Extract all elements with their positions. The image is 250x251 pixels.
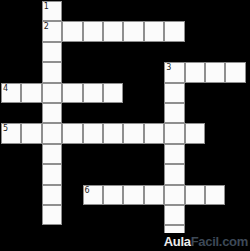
black-cell bbox=[1, 62, 21, 82]
black-cell bbox=[185, 1, 205, 21]
clue-number: 1 bbox=[44, 2, 49, 11]
cell-r10c2[interactable] bbox=[42, 205, 62, 225]
black-cell bbox=[1, 21, 21, 41]
black-cell bbox=[205, 123, 225, 143]
clue-number: 5 bbox=[3, 124, 8, 133]
black-cell bbox=[21, 103, 41, 123]
black-cell bbox=[83, 225, 103, 245]
black-cell bbox=[42, 225, 62, 245]
black-cell bbox=[21, 1, 41, 21]
black-cell bbox=[225, 164, 245, 184]
black-cell bbox=[62, 103, 82, 123]
black-cell bbox=[205, 1, 225, 21]
black-cell bbox=[83, 103, 103, 123]
black-cell bbox=[225, 103, 245, 123]
cell-r6c3[interactable] bbox=[62, 123, 82, 143]
black-cell bbox=[205, 83, 225, 103]
black-cell bbox=[225, 21, 245, 41]
watermark-aula: Aula bbox=[164, 234, 191, 249]
black-cell bbox=[123, 144, 143, 164]
black-cell bbox=[62, 144, 82, 164]
cell-r9c2[interactable] bbox=[42, 185, 62, 205]
cell-r9c6[interactable] bbox=[123, 185, 143, 205]
cell-r4c0[interactable]: 4 bbox=[1, 83, 21, 103]
cell-r6c2[interactable] bbox=[42, 123, 62, 143]
black-cell bbox=[103, 225, 123, 245]
black-cell bbox=[225, 1, 245, 21]
black-cell bbox=[1, 103, 21, 123]
black-cell bbox=[225, 185, 245, 205]
cell-r6c7[interactable] bbox=[144, 123, 164, 143]
cell-r3c8[interactable]: 3 bbox=[164, 62, 184, 82]
cell-r1c2[interactable]: 2 bbox=[42, 21, 62, 41]
watermark: AulaFacil.com bbox=[160, 233, 249, 251]
cell-r3c9[interactable] bbox=[185, 62, 205, 82]
black-cell bbox=[205, 164, 225, 184]
black-cell bbox=[62, 62, 82, 82]
black-cell bbox=[185, 103, 205, 123]
black-cell bbox=[1, 205, 21, 225]
black-cell bbox=[83, 164, 103, 184]
black-cell bbox=[21, 21, 41, 41]
black-cell bbox=[103, 164, 123, 184]
black-cell bbox=[83, 205, 103, 225]
black-cell bbox=[185, 164, 205, 184]
cell-r6c8[interactable] bbox=[164, 123, 184, 143]
clue-number: 6 bbox=[85, 186, 90, 195]
black-cell bbox=[144, 1, 164, 21]
black-cell bbox=[62, 42, 82, 62]
cell-r1c3[interactable] bbox=[62, 21, 82, 41]
cell-r3c10[interactable] bbox=[205, 62, 225, 82]
black-cell bbox=[83, 42, 103, 62]
black-cell bbox=[144, 205, 164, 225]
cell-r5c2[interactable] bbox=[42, 103, 62, 123]
clue-number: 4 bbox=[3, 84, 8, 93]
black-cell bbox=[144, 164, 164, 184]
black-cell bbox=[123, 205, 143, 225]
cell-r6c9[interactable] bbox=[185, 123, 205, 143]
cell-r3c11[interactable] bbox=[225, 62, 245, 82]
cell-r4c4[interactable] bbox=[83, 83, 103, 103]
black-cell bbox=[62, 205, 82, 225]
cell-r1c6[interactable] bbox=[123, 21, 143, 41]
black-cell bbox=[21, 205, 41, 225]
black-cell bbox=[185, 21, 205, 41]
black-cell bbox=[225, 123, 245, 143]
cell-r6c1[interactable] bbox=[21, 123, 41, 143]
black-cell bbox=[103, 62, 123, 82]
black-cell bbox=[1, 225, 21, 245]
black-cell bbox=[205, 103, 225, 123]
cell-r9c10[interactable] bbox=[205, 185, 225, 205]
black-cell bbox=[144, 144, 164, 164]
cell-r9c8[interactable] bbox=[164, 185, 184, 205]
cell-r9c9[interactable] bbox=[185, 185, 205, 205]
clue-number: 3 bbox=[166, 63, 171, 72]
black-cell bbox=[205, 205, 225, 225]
black-cell bbox=[21, 62, 41, 82]
cell-r9c7[interactable] bbox=[144, 185, 164, 205]
black-cell bbox=[103, 42, 123, 62]
black-cell bbox=[62, 164, 82, 184]
black-cell bbox=[185, 83, 205, 103]
black-cell bbox=[225, 83, 245, 103]
black-cell bbox=[144, 103, 164, 123]
crossword-puzzle-image: 123456 AulaFacil.com bbox=[0, 0, 250, 251]
black-cell bbox=[103, 144, 123, 164]
black-cell bbox=[103, 205, 123, 225]
black-cell bbox=[21, 225, 41, 245]
black-cell bbox=[21, 144, 41, 164]
black-cell bbox=[103, 103, 123, 123]
black-cell bbox=[144, 83, 164, 103]
cell-r3c2[interactable] bbox=[42, 62, 62, 82]
black-cell bbox=[123, 83, 143, 103]
cell-r10c8[interactable] bbox=[164, 205, 184, 225]
black-cell bbox=[1, 185, 21, 205]
black-cell bbox=[123, 103, 143, 123]
black-cell bbox=[123, 1, 143, 21]
black-cell bbox=[205, 42, 225, 62]
cell-r1c5[interactable] bbox=[103, 21, 123, 41]
black-cell bbox=[185, 144, 205, 164]
black-cell bbox=[21, 164, 41, 184]
cell-r4c2[interactable] bbox=[42, 83, 62, 103]
black-cell bbox=[185, 205, 205, 225]
clue-number: 2 bbox=[44, 22, 49, 31]
black-cell bbox=[144, 42, 164, 62]
black-cell bbox=[21, 185, 41, 205]
cell-r2c2[interactable] bbox=[42, 42, 62, 62]
cell-r1c4[interactable] bbox=[83, 21, 103, 41]
crossword-grid: 123456 bbox=[1, 1, 246, 246]
black-cell bbox=[83, 144, 103, 164]
cell-r4c1[interactable] bbox=[21, 83, 41, 103]
cell-r5c8[interactable] bbox=[164, 103, 184, 123]
black-cell bbox=[62, 1, 82, 21]
black-cell bbox=[1, 1, 21, 21]
cell-r8c2[interactable] bbox=[42, 164, 62, 184]
black-cell bbox=[62, 185, 82, 205]
black-cell bbox=[164, 42, 184, 62]
cell-r1c7[interactable] bbox=[144, 21, 164, 41]
black-cell bbox=[21, 42, 41, 62]
cell-r6c6[interactable] bbox=[123, 123, 143, 143]
cell-r4c3[interactable] bbox=[62, 83, 82, 103]
cell-r4c5[interactable] bbox=[103, 83, 123, 103]
black-cell bbox=[1, 144, 21, 164]
black-cell bbox=[205, 21, 225, 41]
black-cell bbox=[225, 144, 245, 164]
black-cell bbox=[103, 1, 123, 21]
black-cell bbox=[123, 225, 143, 245]
black-cell bbox=[225, 42, 245, 62]
black-cell bbox=[123, 42, 143, 62]
cell-r7c8[interactable] bbox=[164, 144, 184, 164]
cell-r0c2[interactable]: 1 bbox=[42, 1, 62, 21]
cell-r1c8[interactable] bbox=[164, 21, 184, 41]
black-cell bbox=[144, 62, 164, 82]
black-cell bbox=[164, 1, 184, 21]
black-cell bbox=[83, 62, 103, 82]
cell-r9c5[interactable] bbox=[103, 185, 123, 205]
cell-r7c2[interactable] bbox=[42, 144, 62, 164]
cell-r4c8[interactable] bbox=[164, 83, 184, 103]
black-cell bbox=[123, 164, 143, 184]
black-cell bbox=[123, 62, 143, 82]
black-cell bbox=[225, 205, 245, 225]
black-cell bbox=[1, 164, 21, 184]
cell-r8c8[interactable] bbox=[164, 164, 184, 184]
black-cell bbox=[62, 225, 82, 245]
black-cell bbox=[1, 42, 21, 62]
cell-r9c4[interactable]: 6 bbox=[83, 185, 103, 205]
cell-r6c5[interactable] bbox=[103, 123, 123, 143]
cell-r6c0[interactable]: 5 bbox=[1, 123, 21, 143]
cell-r6c4[interactable] bbox=[83, 123, 103, 143]
black-cell bbox=[83, 1, 103, 21]
watermark-facil: Facil.com bbox=[191, 234, 248, 249]
black-cell bbox=[185, 42, 205, 62]
black-cell bbox=[205, 144, 225, 164]
